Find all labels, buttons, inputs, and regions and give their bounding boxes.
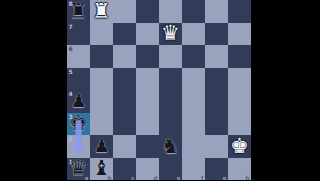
square-a8[interactable]: 8♜	[67, 0, 90, 23]
square-g8[interactable]	[205, 0, 228, 23]
piece-black-king[interactable]: ♚	[69, 113, 88, 134]
square-c7[interactable]	[113, 23, 136, 46]
file-label-f: f	[201, 175, 203, 181]
file-label-c: c	[131, 175, 134, 181]
square-h3[interactable]	[228, 113, 251, 136]
square-h5[interactable]	[228, 68, 251, 91]
square-d3[interactable]	[136, 113, 159, 136]
square-f6[interactable]	[182, 45, 205, 68]
piece-white-rook[interactable]: ♜	[92, 0, 111, 21]
square-g7[interactable]	[205, 23, 228, 46]
square-d4[interactable]	[136, 90, 159, 113]
square-a1[interactable]: 1a♛	[67, 158, 90, 181]
square-g1[interactable]: g	[205, 158, 228, 181]
square-f5[interactable]	[182, 68, 205, 91]
square-e2[interactable]: ♞	[159, 135, 182, 158]
square-b4[interactable]	[90, 90, 113, 113]
square-b1[interactable]: b♝	[90, 158, 113, 181]
video-frame: 8♜♜7♛654♟3♚2♟♞♚1a♛b♝cdefgh	[0, 0, 320, 180]
file-label-e: e	[177, 175, 181, 181]
square-e3[interactable]	[159, 113, 182, 136]
square-a3[interactable]: 3♚	[67, 113, 90, 136]
square-g4[interactable]	[205, 90, 228, 113]
square-h6[interactable]	[228, 45, 251, 68]
piece-black-pawn[interactable]: ♟	[93, 137, 109, 155]
square-d1[interactable]: d	[136, 158, 159, 181]
square-b2[interactable]: ♟	[90, 135, 113, 158]
square-c5[interactable]	[113, 68, 136, 91]
letterbox-right	[251, 0, 320, 180]
square-f7[interactable]	[182, 23, 205, 46]
square-g6[interactable]	[205, 45, 228, 68]
square-g2[interactable]	[205, 135, 228, 158]
square-f2[interactable]	[182, 135, 205, 158]
square-e5[interactable]	[159, 68, 182, 91]
square-f8[interactable]	[182, 0, 205, 23]
square-b5[interactable]	[90, 68, 113, 91]
square-a4[interactable]: 4♟	[67, 90, 90, 113]
square-f1[interactable]: f	[182, 158, 205, 181]
square-c2[interactable]	[113, 135, 136, 158]
square-c6[interactable]	[113, 45, 136, 68]
piece-white-king[interactable]: ♚	[230, 135, 249, 156]
square-c4[interactable]	[113, 90, 136, 113]
square-g5[interactable]	[205, 68, 228, 91]
file-label-d: d	[154, 175, 158, 181]
square-h1[interactable]: h	[228, 158, 251, 181]
square-h8[interactable]	[228, 0, 251, 23]
square-d5[interactable]	[136, 68, 159, 91]
square-a5[interactable]: 5	[67, 68, 90, 91]
square-f3[interactable]	[182, 113, 205, 136]
square-c8[interactable]	[113, 0, 136, 23]
square-d8[interactable]	[136, 0, 159, 23]
square-h4[interactable]	[228, 90, 251, 113]
square-d7[interactable]	[136, 23, 159, 46]
file-label-h: h	[246, 175, 250, 181]
square-a7[interactable]: 7	[67, 23, 90, 46]
chess-board[interactable]: 8♜♜7♛654♟3♚2♟♞♚1a♛b♝cdefgh	[67, 0, 251, 180]
square-b8[interactable]: ♜	[90, 0, 113, 23]
square-e6[interactable]	[159, 45, 182, 68]
rank-label-6: 6	[69, 45, 73, 52]
square-b6[interactable]	[90, 45, 113, 68]
square-a6[interactable]: 6	[67, 45, 90, 68]
square-a2[interactable]: 2	[67, 135, 90, 158]
square-g3[interactable]	[205, 113, 228, 136]
square-e4[interactable]	[159, 90, 182, 113]
letterbox-left	[0, 0, 67, 180]
square-c1[interactable]: c	[113, 158, 136, 181]
square-d2[interactable]	[136, 135, 159, 158]
square-d6[interactable]	[136, 45, 159, 68]
square-b3[interactable]	[90, 113, 113, 136]
rank-label-7: 7	[69, 23, 73, 30]
rank-label-5: 5	[69, 68, 73, 75]
file-label-g: g	[223, 175, 227, 181]
square-e8[interactable]	[159, 0, 182, 23]
piece-black-queen[interactable]: ♛	[69, 158, 88, 179]
square-h7[interactable]	[228, 23, 251, 46]
square-e7[interactable]: ♛	[159, 23, 182, 46]
piece-black-pawn[interactable]: ♟	[70, 92, 86, 110]
piece-black-rook[interactable]: ♜	[69, 0, 88, 21]
square-e1[interactable]: e	[159, 158, 182, 181]
square-c3[interactable]	[113, 113, 136, 136]
piece-black-bishop[interactable]: ♝	[92, 158, 111, 179]
piece-white-queen[interactable]: ♛	[161, 23, 180, 44]
piece-black-knight[interactable]: ♞	[161, 135, 180, 156]
square-f4[interactable]	[182, 90, 205, 113]
square-h2[interactable]: ♚	[228, 135, 251, 158]
square-b7[interactable]	[90, 23, 113, 46]
rank-label-2: 2	[69, 135, 73, 142]
